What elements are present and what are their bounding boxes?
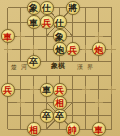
piece-black-advisor-shi[interactable]: 仕 [40,1,54,15]
piece-glyph: 將 [68,4,77,13]
piece-glyph: 相 [55,99,64,108]
piece-red-elephant-xiang[interactable]: 相 [27,122,41,136]
piece-glyph: 兵 [3,86,12,95]
piece-red-cannon-pao[interactable]: 炮 [92,42,106,56]
piece-glyph: 兵 [55,86,64,95]
piece-glyph: 車 [94,125,103,134]
piece-black-soldier-zu[interactable]: 卒 [40,109,54,123]
piece-black-soldier-zu[interactable]: 卒 [53,109,67,123]
xiangqi-board[interactable]: 楚河 象棋 漢界 象仕將車仕兵車象炮兵炮卒兵車兵相卒卒相帥車 [0,0,120,136]
piece-glyph: 仕 [55,18,64,27]
piece-black-chariot-ju[interactable]: 車 [27,15,41,29]
piece-black-advisor-shi[interactable]: 仕 [53,15,67,29]
piece-glyph: 相 [29,125,38,134]
piece-red-chariot-ju[interactable]: 車 [92,122,106,136]
piece-glyph: 兵 [68,45,77,54]
piece-red-soldier-bing[interactable]: 兵 [66,42,80,56]
river-label-right: 漢界 [77,64,97,70]
piece-glyph: 象 [29,4,38,13]
piece-glyph: 象 [55,32,64,41]
piece-black-chariot-ju[interactable]: 車 [40,83,54,97]
piece-red-elephant-xiang[interactable]: 相 [53,96,67,110]
piece-glyph: 炮 [94,45,103,54]
piece-red-general-shuai[interactable]: 帥 [66,122,80,136]
piece-glyph: 卒 [55,112,64,121]
river-ornament: 象棋 [51,63,65,70]
piece-glyph: 帥 [68,125,77,134]
piece-black-cannon-pao[interactable]: 炮 [53,42,67,56]
piece-glyph: 仕 [42,4,51,13]
piece-black-general-jiang[interactable]: 將 [66,1,80,15]
piece-glyph: 車 [3,32,12,41]
piece-black-elephant-xiang[interactable]: 象 [27,1,41,15]
piece-red-soldier-bing[interactable]: 兵 [53,83,67,97]
piece-glyph: 兵 [42,18,51,27]
piece-red-soldier-bing[interactable]: 兵 [40,15,54,29]
piece-glyph: 炮 [55,45,64,54]
piece-black-soldier-zu[interactable]: 卒 [27,55,41,69]
piece-glyph: 車 [42,86,51,95]
piece-glyph: 卒 [42,112,51,121]
piece-black-elephant-xiang[interactable]: 象 [53,29,67,43]
piece-red-chariot-ju[interactable]: 車 [1,29,15,43]
piece-red-soldier-bing[interactable]: 兵 [1,83,15,97]
piece-glyph: 卒 [29,58,38,67]
piece-glyph: 車 [29,18,38,27]
